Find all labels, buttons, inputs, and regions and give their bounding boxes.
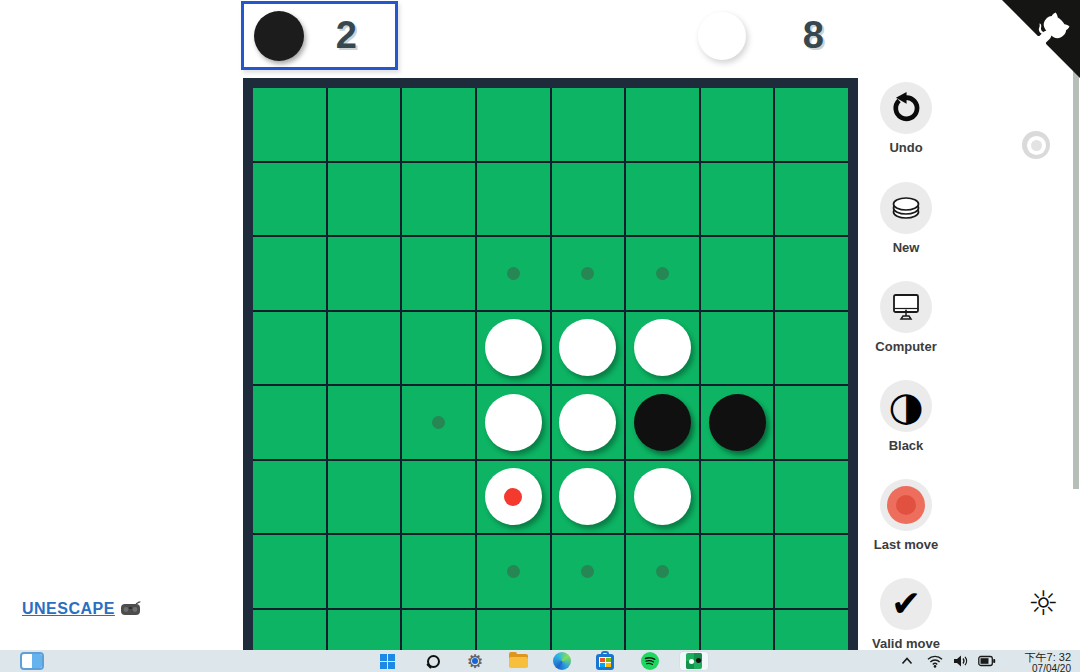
cell-a3[interactable]	[253, 237, 326, 310]
cell-d5[interactable]	[477, 386, 550, 459]
black-side-label: Black	[866, 438, 946, 453]
cell-h6[interactable]	[775, 461, 848, 534]
cell-b7[interactable]	[328, 535, 401, 608]
tray-chevron-button[interactable]	[896, 651, 918, 671]
cell-f4[interactable]	[626, 312, 699, 385]
folder-icon	[509, 654, 528, 668]
new-game-discs-icon	[888, 191, 924, 225]
cell-f3[interactable]	[626, 237, 699, 310]
othello-app-icon	[686, 653, 702, 669]
half-circle-icon: ◑	[889, 386, 924, 426]
chevron-up-icon	[901, 657, 913, 665]
cell-d3[interactable]	[477, 237, 550, 310]
cell-a2[interactable]	[253, 163, 326, 236]
cell-h5[interactable]	[775, 386, 848, 459]
cell-d6[interactable]	[477, 461, 550, 534]
black-disc	[709, 394, 766, 451]
white-disc	[485, 319, 542, 376]
tray-clock[interactable]: 下午7: 32 07/04/20	[1005, 652, 1071, 672]
cell-g7[interactable]	[701, 535, 774, 608]
tray-wifi-button[interactable]	[924, 651, 946, 671]
tray-battery-button[interactable]	[976, 651, 998, 671]
valid-move-label: Valid move	[866, 636, 946, 651]
white-score: 8	[803, 14, 824, 57]
cell-h7[interactable]	[775, 535, 848, 608]
board-grid	[253, 88, 848, 672]
cell-h1[interactable]	[775, 88, 848, 161]
brightness-toggle-icon[interactable]: ☼	[1028, 583, 1058, 623]
cell-g4[interactable]	[701, 312, 774, 385]
black-score-panel: 2	[241, 1, 398, 70]
spotify-button[interactable]	[639, 651, 661, 671]
cell-b5[interactable]	[328, 386, 401, 459]
white-disc	[634, 468, 691, 525]
white-score-disc	[698, 12, 746, 60]
computer-monitor-icon	[888, 290, 924, 324]
black-score-disc	[254, 11, 304, 61]
computer-label: Computer	[866, 339, 946, 354]
gamepad-icon	[120, 601, 142, 617]
floating-target-icon[interactable]	[1022, 131, 1050, 159]
othello-board	[243, 78, 858, 672]
cell-c2[interactable]	[402, 163, 475, 236]
cell-g5[interactable]	[701, 386, 774, 459]
file-explorer-button[interactable]	[507, 651, 529, 671]
valid-move-hint	[656, 565, 669, 578]
white-disc	[559, 468, 616, 525]
speaker-icon	[953, 654, 969, 668]
last-move-icon	[887, 486, 925, 524]
valid-move-hint	[581, 267, 594, 280]
white-disc	[634, 319, 691, 376]
cell-c1[interactable]	[402, 88, 475, 161]
white-disc	[485, 468, 542, 525]
cell-f2[interactable]	[626, 163, 699, 236]
cell-a5[interactable]	[253, 386, 326, 459]
cell-e1[interactable]	[552, 88, 625, 161]
cell-c3[interactable]	[402, 237, 475, 310]
valid-move-hint	[507, 565, 520, 578]
cell-e6[interactable]	[552, 461, 625, 534]
cell-b6[interactable]	[328, 461, 401, 534]
undo-label: Undo	[866, 140, 946, 155]
othello-app-taskbar-button[interactable]	[678, 651, 710, 671]
search-icon	[427, 655, 440, 668]
microsoft-store-button[interactable]	[594, 651, 616, 671]
valid-move-hint	[507, 267, 520, 280]
cell-f5[interactable]	[626, 386, 699, 459]
white-disc	[559, 394, 616, 451]
start-button[interactable]	[376, 651, 398, 671]
cell-h4[interactable]	[775, 312, 848, 385]
cell-d1[interactable]	[477, 88, 550, 161]
black-disc	[634, 394, 691, 451]
valid-move-hint	[656, 267, 669, 280]
cell-e2[interactable]	[552, 163, 625, 236]
battery-icon	[978, 655, 996, 667]
tray-volume-button[interactable]	[950, 651, 972, 671]
cell-a1[interactable]	[253, 88, 326, 161]
cell-h3[interactable]	[775, 237, 848, 310]
unescape-label: UNESCAPE	[22, 600, 115, 618]
clock-date: 07/04/20	[1005, 663, 1071, 672]
desktop: 2 8 Undo New	[0, 0, 1080, 672]
windows-logo-icon	[380, 654, 395, 669]
cell-f7[interactable]	[626, 535, 699, 608]
clock-time: 下午7: 32	[1005, 652, 1071, 663]
cell-c4[interactable]	[402, 312, 475, 385]
cell-c5[interactable]	[402, 386, 475, 459]
gear-icon: ⚙	[466, 652, 483, 671]
spotify-icon	[641, 652, 659, 670]
cell-d4[interactable]	[477, 312, 550, 385]
new-game-button[interactable]: New	[866, 182, 946, 255]
cell-f6[interactable]	[626, 461, 699, 534]
cell-g1[interactable]	[701, 88, 774, 161]
valid-move-hint	[581, 565, 594, 578]
github-corner-link[interactable]	[1002, 0, 1080, 78]
cell-e4[interactable]	[552, 312, 625, 385]
black-score: 2	[336, 14, 357, 57]
cell-a6[interactable]	[253, 461, 326, 534]
cell-g2[interactable]	[701, 163, 774, 236]
white-disc	[559, 319, 616, 376]
unescape-link[interactable]: UNESCAPE	[22, 600, 142, 618]
widgets-icon[interactable]	[18, 651, 46, 671]
last-move-label: Last move	[866, 537, 946, 552]
cell-b4[interactable]	[328, 312, 401, 385]
cell-c7[interactable]	[402, 535, 475, 608]
undo-button[interactable]: Undo	[866, 82, 946, 155]
active-app-highlight	[679, 651, 709, 671]
cell-g3[interactable]	[701, 237, 774, 310]
white-score-panel: 8	[698, 1, 858, 70]
store-icon	[596, 654, 614, 670]
last-move-button[interactable]: Last move	[866, 479, 946, 552]
cell-d2[interactable]	[477, 163, 550, 236]
cell-b3[interactable]	[328, 237, 401, 310]
search-button[interactable]	[422, 651, 444, 671]
undo-icon	[889, 91, 923, 125]
cell-b1[interactable]	[328, 88, 401, 161]
cell-b2[interactable]	[328, 163, 401, 236]
last-move-marker	[504, 488, 522, 506]
cell-a7[interactable]	[253, 535, 326, 608]
cell-e3[interactable]	[552, 237, 625, 310]
edge-button[interactable]	[551, 651, 573, 671]
cell-d7[interactable]	[477, 535, 550, 608]
settings-button[interactable]: ⚙	[464, 651, 486, 671]
cell-e5[interactable]	[552, 386, 625, 459]
white-disc	[485, 394, 542, 451]
cell-c6[interactable]	[402, 461, 475, 534]
new-game-label: New	[866, 240, 946, 255]
taskbar: ⚙	[0, 650, 1080, 672]
cell-g6[interactable]	[701, 461, 774, 534]
black-side-button[interactable]: ◑ Black	[866, 380, 946, 453]
edge-icon	[553, 652, 571, 670]
cell-a4[interactable]	[253, 312, 326, 385]
cell-h2[interactable]	[775, 163, 848, 236]
wifi-icon	[927, 655, 943, 668]
computer-button[interactable]: Computer	[866, 281, 946, 354]
checkmark-icon: ✔	[891, 586, 921, 622]
cell-f1[interactable]	[626, 88, 699, 161]
cell-e7[interactable]	[552, 535, 625, 608]
valid-move-button[interactable]: ✔ Valid move	[866, 578, 946, 651]
valid-move-hint	[432, 416, 445, 429]
